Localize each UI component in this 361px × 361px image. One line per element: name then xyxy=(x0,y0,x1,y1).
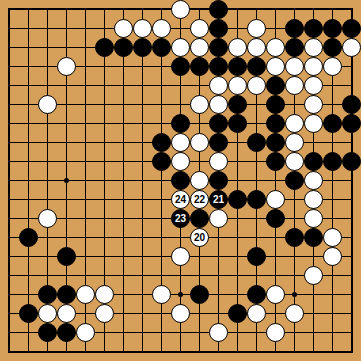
stone-black[interactable] xyxy=(57,247,76,266)
stone-black[interactable] xyxy=(152,152,171,171)
stone-white[interactable] xyxy=(209,76,228,95)
stone-white[interactable] xyxy=(285,133,304,152)
stone-white[interactable] xyxy=(342,38,361,57)
stone-white[interactable] xyxy=(209,152,228,171)
stone-black[interactable] xyxy=(228,95,247,114)
stone-white[interactable] xyxy=(76,285,95,304)
stone-black[interactable] xyxy=(171,57,190,76)
stone-black[interactable] xyxy=(171,114,190,133)
stone-white[interactable] xyxy=(266,57,285,76)
stone-white[interactable] xyxy=(247,304,266,323)
stone-white-move-24[interactable]: 24 xyxy=(171,190,190,209)
stone-white[interactable] xyxy=(285,57,304,76)
stone-black[interactable] xyxy=(209,133,228,152)
stone-black[interactable] xyxy=(228,190,247,209)
stone-black[interactable] xyxy=(247,190,266,209)
stone-black[interactable] xyxy=(304,19,323,38)
stone-black[interactable] xyxy=(19,304,38,323)
stone-white[interactable] xyxy=(190,133,209,152)
stone-white[interactable] xyxy=(209,323,228,342)
stone-black[interactable] xyxy=(38,323,57,342)
stone-white[interactable] xyxy=(304,57,323,76)
stone-black[interactable] xyxy=(95,38,114,57)
stone-white[interactable] xyxy=(266,323,285,342)
stone-white[interactable] xyxy=(190,95,209,114)
stone-white[interactable] xyxy=(95,285,114,304)
star-point xyxy=(292,292,297,297)
stone-black[interactable] xyxy=(342,19,361,38)
stone-black[interactable] xyxy=(209,0,228,19)
stone-white[interactable] xyxy=(209,209,228,228)
stone-white[interactable] xyxy=(76,323,95,342)
stone-white[interactable] xyxy=(323,247,342,266)
stone-black[interactable] xyxy=(209,19,228,38)
stone-white[interactable] xyxy=(266,285,285,304)
stone-black[interactable] xyxy=(304,152,323,171)
stone-white[interactable] xyxy=(38,95,57,114)
stone-black[interactable] xyxy=(114,38,133,57)
stone-black[interactable] xyxy=(209,171,228,190)
stone-white[interactable] xyxy=(57,304,76,323)
stone-white[interactable] xyxy=(285,304,304,323)
star-point xyxy=(178,292,183,297)
stone-white[interactable] xyxy=(171,304,190,323)
stone-white[interactable] xyxy=(152,285,171,304)
stone-black[interactable] xyxy=(285,19,304,38)
stone-black[interactable] xyxy=(228,114,247,133)
stone-black[interactable] xyxy=(266,95,285,114)
stone-white[interactable] xyxy=(304,114,323,133)
stone-white[interactable] xyxy=(247,76,266,95)
stone-black[interactable] xyxy=(266,76,285,95)
stone-white[interactable] xyxy=(266,190,285,209)
stone-white[interactable] xyxy=(171,247,190,266)
stone-white[interactable] xyxy=(285,152,304,171)
stone-black[interactable] xyxy=(57,285,76,304)
stone-white[interactable] xyxy=(247,19,266,38)
stone-white[interactable] xyxy=(228,38,247,57)
stone-black[interactable] xyxy=(133,38,152,57)
stone-black[interactable] xyxy=(285,171,304,190)
stone-white[interactable] xyxy=(133,19,152,38)
stone-black[interactable] xyxy=(323,38,342,57)
stone-black[interactable] xyxy=(323,19,342,38)
stone-white[interactable] xyxy=(38,209,57,228)
stone-white[interactable] xyxy=(304,266,323,285)
stone-black[interactable] xyxy=(285,228,304,247)
stone-white[interactable] xyxy=(304,95,323,114)
stone-white[interactable] xyxy=(38,304,57,323)
stone-black[interactable] xyxy=(266,133,285,152)
stone-white[interactable] xyxy=(304,190,323,209)
stone-white[interactable] xyxy=(285,76,304,95)
stone-white-move-20[interactable]: 20 xyxy=(190,228,209,247)
stone-white[interactable] xyxy=(114,19,133,38)
stone-black[interactable] xyxy=(323,114,342,133)
stone-black[interactable] xyxy=(342,152,361,171)
star-point xyxy=(64,178,69,183)
stone-black[interactable] xyxy=(152,38,171,57)
stone-black[interactable] xyxy=(247,285,266,304)
stone-black[interactable] xyxy=(190,209,209,228)
stone-white[interactable] xyxy=(228,76,247,95)
stone-black[interactable] xyxy=(247,133,266,152)
stone-white[interactable] xyxy=(304,38,323,57)
stone-black[interactable] xyxy=(209,114,228,133)
stone-black[interactable] xyxy=(209,57,228,76)
stone-white[interactable] xyxy=(171,0,190,19)
stone-black[interactable] xyxy=(285,38,304,57)
stone-white[interactable] xyxy=(304,171,323,190)
stone-black[interactable] xyxy=(190,57,209,76)
stone-black[interactable] xyxy=(228,304,247,323)
stone-black[interactable] xyxy=(266,209,285,228)
stone-black[interactable] xyxy=(247,247,266,266)
stone-white[interactable] xyxy=(323,228,342,247)
stone-black[interactable] xyxy=(38,285,57,304)
stone-white[interactable] xyxy=(304,209,323,228)
stone-black[interactable] xyxy=(304,228,323,247)
stone-white[interactable] xyxy=(323,57,342,76)
stone-white[interactable] xyxy=(266,38,285,57)
stone-black[interactable] xyxy=(209,38,228,57)
stone-black-move-21[interactable]: 21 xyxy=(209,190,228,209)
stone-black[interactable] xyxy=(190,285,209,304)
stone-white[interactable] xyxy=(190,19,209,38)
stone-white[interactable] xyxy=(190,38,209,57)
stone-black-move-23[interactable]: 23 xyxy=(171,209,190,228)
stone-white[interactable] xyxy=(171,38,190,57)
go-board[interactable]: 2422212320 xyxy=(0,0,361,361)
stone-white[interactable] xyxy=(209,95,228,114)
stone-black[interactable] xyxy=(266,114,285,133)
stone-black[interactable] xyxy=(342,95,361,114)
stone-black[interactable] xyxy=(19,228,38,247)
stone-black[interactable] xyxy=(152,133,171,152)
stone-white-move-22[interactable]: 22 xyxy=(190,190,209,209)
stone-white[interactable] xyxy=(171,133,190,152)
stone-black[interactable] xyxy=(323,152,342,171)
stone-black[interactable] xyxy=(228,57,247,76)
stone-white[interactable] xyxy=(171,152,190,171)
stone-white[interactable] xyxy=(247,38,266,57)
stone-white[interactable] xyxy=(95,304,114,323)
stone-white[interactable] xyxy=(285,114,304,133)
stone-white[interactable] xyxy=(57,57,76,76)
stone-white[interactable] xyxy=(190,171,209,190)
stone-black[interactable] xyxy=(266,152,285,171)
stone-white[interactable] xyxy=(304,76,323,95)
stone-black[interactable] xyxy=(57,323,76,342)
stone-black[interactable] xyxy=(171,171,190,190)
stone-white[interactable] xyxy=(152,19,171,38)
stone-black[interactable] xyxy=(342,114,361,133)
stone-black[interactable] xyxy=(247,57,266,76)
